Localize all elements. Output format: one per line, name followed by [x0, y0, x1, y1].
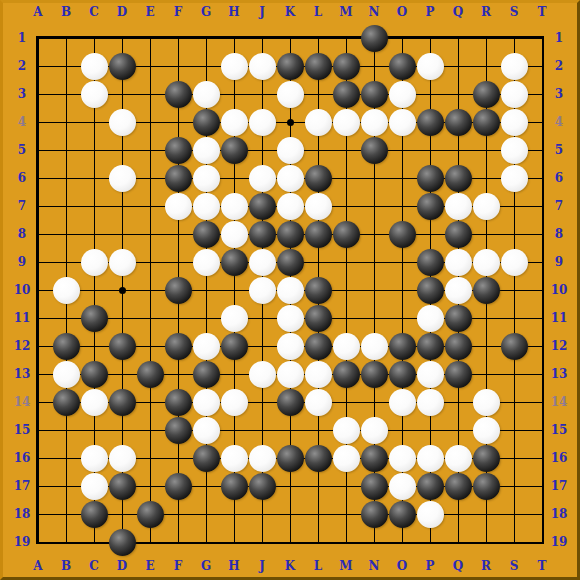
white-stone-D6 [109, 165, 136, 192]
white-stone-Q10 [445, 277, 472, 304]
column-label-top-M: M [337, 5, 355, 19]
black-stone-O18 [389, 501, 416, 528]
column-label-bottom-Q: Q [449, 559, 467, 573]
white-stone-Q16 [445, 445, 472, 472]
row-label-left-11: 11 [9, 311, 35, 325]
black-stone-P10 [417, 277, 444, 304]
black-stone-Q4 [445, 109, 472, 136]
black-stone-M2 [333, 53, 360, 80]
black-stone-N16 [361, 445, 388, 472]
white-stone-P11 [417, 305, 444, 332]
black-stone-S12 [501, 333, 528, 360]
go-game-screenshot: ABCDEFGHJKLMNOPQRST ABCDEFGHJKLMNOPQRST … [0, 0, 580, 580]
black-stone-L10 [305, 277, 332, 304]
black-stone-O13 [389, 361, 416, 388]
black-stone-C13 [81, 361, 108, 388]
black-stone-Q13 [445, 361, 472, 388]
column-label-bottom-E: E [141, 559, 159, 573]
black-stone-E18 [137, 501, 164, 528]
star-point [119, 287, 126, 294]
white-stone-P13 [417, 361, 444, 388]
white-stone-N15 [361, 417, 388, 444]
black-stone-M3 [333, 81, 360, 108]
black-stone-D19 [109, 529, 136, 556]
column-label-top-Q: Q [449, 5, 467, 19]
white-stone-N4 [361, 109, 388, 136]
black-stone-R4 [473, 109, 500, 136]
column-label-top-F: F [169, 5, 187, 19]
column-label-top-C: C [85, 5, 103, 19]
column-label-bottom-M: M [337, 559, 355, 573]
black-stone-K9 [277, 249, 304, 276]
black-stone-F12 [165, 333, 192, 360]
row-label-right-7: 7 [546, 199, 572, 213]
black-stone-Q8 [445, 221, 472, 248]
row-label-left-4: 4 [9, 115, 35, 129]
black-stone-G13 [193, 361, 220, 388]
column-label-top-L: L [309, 5, 327, 19]
black-stone-F17 [165, 473, 192, 500]
black-stone-L12 [305, 333, 332, 360]
column-label-top-B: B [57, 5, 75, 19]
white-stone-O4 [389, 109, 416, 136]
white-stone-G9 [193, 249, 220, 276]
row-label-right-18: 18 [546, 507, 572, 521]
black-stone-N5 [361, 137, 388, 164]
row-label-right-1: 1 [546, 31, 572, 45]
white-stone-G7 [193, 193, 220, 220]
column-label-top-H: H [225, 5, 243, 19]
white-stone-M16 [333, 445, 360, 472]
black-stone-P12 [417, 333, 444, 360]
row-label-left-2: 2 [9, 59, 35, 73]
column-label-bottom-R: R [477, 559, 495, 573]
black-stone-K14 [277, 389, 304, 416]
black-stone-J17 [249, 473, 276, 500]
white-stone-J9 [249, 249, 276, 276]
white-stone-Q9 [445, 249, 472, 276]
white-stone-C17 [81, 473, 108, 500]
row-label-left-3: 3 [9, 87, 35, 101]
column-label-top-R: R [477, 5, 495, 19]
white-stone-C14 [81, 389, 108, 416]
white-stone-H11 [221, 305, 248, 332]
row-label-right-12: 12 [546, 339, 572, 353]
black-stone-P9 [417, 249, 444, 276]
white-stone-S6 [501, 165, 528, 192]
row-label-left-19: 19 [9, 535, 35, 549]
black-stone-R16 [473, 445, 500, 472]
black-stone-G8 [193, 221, 220, 248]
black-stone-D12 [109, 333, 136, 360]
row-label-left-10: 10 [9, 283, 35, 297]
black-stone-Q17 [445, 473, 472, 500]
white-stone-R15 [473, 417, 500, 444]
black-stone-F14 [165, 389, 192, 416]
black-stone-J8 [249, 221, 276, 248]
white-stone-O17 [389, 473, 416, 500]
black-stone-E13 [137, 361, 164, 388]
white-stone-M15 [333, 417, 360, 444]
column-label-bottom-L: L [309, 559, 327, 573]
column-label-top-E: E [141, 5, 159, 19]
column-label-bottom-P: P [421, 559, 439, 573]
white-stone-P16 [417, 445, 444, 472]
black-stone-B14 [53, 389, 80, 416]
row-label-left-16: 16 [9, 451, 35, 465]
white-stone-S4 [501, 109, 528, 136]
white-stone-L13 [305, 361, 332, 388]
white-stone-F7 [165, 193, 192, 220]
black-stone-O8 [389, 221, 416, 248]
white-stone-O14 [389, 389, 416, 416]
white-stone-G12 [193, 333, 220, 360]
black-stone-H12 [221, 333, 248, 360]
white-stone-L4 [305, 109, 332, 136]
white-stone-M12 [333, 333, 360, 360]
row-label-left-17: 17 [9, 479, 35, 493]
white-stone-O3 [389, 81, 416, 108]
black-stone-H17 [221, 473, 248, 500]
row-label-left-5: 5 [9, 143, 35, 157]
column-label-top-N: N [365, 5, 383, 19]
white-stone-H4 [221, 109, 248, 136]
column-label-bottom-B: B [57, 559, 75, 573]
column-label-top-K: K [281, 5, 299, 19]
white-stone-J16 [249, 445, 276, 472]
row-label-right-13: 13 [546, 367, 572, 381]
column-label-top-A: A [29, 5, 47, 19]
black-stone-N18 [361, 501, 388, 528]
column-label-top-J: J [253, 5, 271, 19]
white-stone-R9 [473, 249, 500, 276]
white-stone-K5 [277, 137, 304, 164]
column-label-bottom-K: K [281, 559, 299, 573]
white-stone-J13 [249, 361, 276, 388]
black-stone-C11 [81, 305, 108, 332]
white-stone-G3 [193, 81, 220, 108]
row-label-right-4: 4 [546, 115, 572, 129]
white-stone-B13 [53, 361, 80, 388]
row-label-right-15: 15 [546, 423, 572, 437]
black-stone-M13 [333, 361, 360, 388]
row-label-right-2: 2 [546, 59, 572, 73]
white-stone-B10 [53, 277, 80, 304]
black-stone-P4 [417, 109, 444, 136]
black-stone-D2 [109, 53, 136, 80]
column-label-bottom-N: N [365, 559, 383, 573]
black-stone-C18 [81, 501, 108, 528]
black-stone-B12 [53, 333, 80, 360]
black-stone-F6 [165, 165, 192, 192]
white-stone-K12 [277, 333, 304, 360]
black-stone-P17 [417, 473, 444, 500]
black-stone-N3 [361, 81, 388, 108]
black-stone-K8 [277, 221, 304, 248]
black-stone-F10 [165, 277, 192, 304]
black-stone-N17 [361, 473, 388, 500]
white-stone-H2 [221, 53, 248, 80]
white-stone-D16 [109, 445, 136, 472]
black-stone-K2 [277, 53, 304, 80]
white-stone-G15 [193, 417, 220, 444]
white-stone-N12 [361, 333, 388, 360]
black-stone-G4 [193, 109, 220, 136]
row-label-right-10: 10 [546, 283, 572, 297]
black-stone-G16 [193, 445, 220, 472]
white-stone-Q7 [445, 193, 472, 220]
white-stone-K11 [277, 305, 304, 332]
column-label-bottom-F: F [169, 559, 187, 573]
white-stone-C2 [81, 53, 108, 80]
black-stone-L2 [305, 53, 332, 80]
black-stone-J7 [249, 193, 276, 220]
black-stone-F5 [165, 137, 192, 164]
star-point [287, 119, 294, 126]
row-label-right-8: 8 [546, 227, 572, 241]
column-label-bottom-H: H [225, 559, 243, 573]
black-stone-H5 [221, 137, 248, 164]
white-stone-P18 [417, 501, 444, 528]
column-label-bottom-J: J [253, 559, 271, 573]
row-label-right-16: 16 [546, 451, 572, 465]
black-stone-L8 [305, 221, 332, 248]
white-stone-S5 [501, 137, 528, 164]
black-stone-D14 [109, 389, 136, 416]
white-stone-J6 [249, 165, 276, 192]
white-stone-S3 [501, 81, 528, 108]
black-stone-N13 [361, 361, 388, 388]
white-stone-L7 [305, 193, 332, 220]
column-label-top-D: D [113, 5, 131, 19]
black-stone-M8 [333, 221, 360, 248]
white-stone-C3 [81, 81, 108, 108]
row-label-right-6: 6 [546, 171, 572, 185]
white-stone-K10 [277, 277, 304, 304]
column-label-bottom-A: A [29, 559, 47, 573]
column-label-bottom-O: O [393, 559, 411, 573]
white-stone-J10 [249, 277, 276, 304]
column-label-top-T: T [533, 5, 551, 19]
row-label-right-5: 5 [546, 143, 572, 157]
white-stone-P14 [417, 389, 444, 416]
row-label-right-9: 9 [546, 255, 572, 269]
column-label-top-O: O [393, 5, 411, 19]
column-label-bottom-C: C [85, 559, 103, 573]
row-label-left-7: 7 [9, 199, 35, 213]
black-stone-L11 [305, 305, 332, 332]
black-stone-H9 [221, 249, 248, 276]
white-stone-M4 [333, 109, 360, 136]
white-stone-S9 [501, 249, 528, 276]
white-stone-D9 [109, 249, 136, 276]
row-label-right-11: 11 [546, 311, 572, 325]
black-stone-F3 [165, 81, 192, 108]
white-stone-S2 [501, 53, 528, 80]
column-label-bottom-T: T [533, 559, 551, 573]
column-label-bottom-G: G [197, 559, 215, 573]
black-stone-D17 [109, 473, 136, 500]
black-stone-O2 [389, 53, 416, 80]
white-stone-R14 [473, 389, 500, 416]
column-label-top-G: G [197, 5, 215, 19]
black-stone-L6 [305, 165, 332, 192]
row-label-left-15: 15 [9, 423, 35, 437]
column-label-bottom-D: D [113, 559, 131, 573]
column-label-bottom-S: S [505, 559, 523, 573]
white-stone-H7 [221, 193, 248, 220]
white-stone-C9 [81, 249, 108, 276]
black-stone-Q12 [445, 333, 472, 360]
row-label-left-13: 13 [9, 367, 35, 381]
white-stone-P2 [417, 53, 444, 80]
row-label-right-17: 17 [546, 479, 572, 493]
white-stone-H14 [221, 389, 248, 416]
row-label-left-18: 18 [9, 507, 35, 521]
white-stone-D4 [109, 109, 136, 136]
black-stone-R17 [473, 473, 500, 500]
black-stone-O12 [389, 333, 416, 360]
black-stone-Q6 [445, 165, 472, 192]
row-label-right-3: 3 [546, 87, 572, 101]
white-stone-G5 [193, 137, 220, 164]
goban-grid[interactable] [36, 36, 544, 544]
black-stone-L16 [305, 445, 332, 472]
white-stone-K7 [277, 193, 304, 220]
white-stone-G14 [193, 389, 220, 416]
black-stone-R3 [473, 81, 500, 108]
row-label-left-12: 12 [9, 339, 35, 353]
row-label-left-14: 14 [9, 395, 35, 409]
black-stone-R10 [473, 277, 500, 304]
white-stone-L14 [305, 389, 332, 416]
row-label-right-19: 19 [546, 535, 572, 549]
row-label-left-9: 9 [9, 255, 35, 269]
row-label-left-8: 8 [9, 227, 35, 241]
black-stone-F15 [165, 417, 192, 444]
white-stone-H16 [221, 445, 248, 472]
row-label-left-1: 1 [9, 31, 35, 45]
black-stone-P6 [417, 165, 444, 192]
row-label-right-14: 14 [546, 395, 572, 409]
row-label-left-6: 6 [9, 171, 35, 185]
white-stone-C16 [81, 445, 108, 472]
black-stone-Q11 [445, 305, 472, 332]
white-stone-J2 [249, 53, 276, 80]
white-stone-K3 [277, 81, 304, 108]
column-label-top-S: S [505, 5, 523, 19]
white-stone-J4 [249, 109, 276, 136]
white-stone-R7 [473, 193, 500, 220]
white-stone-K6 [277, 165, 304, 192]
white-stone-H8 [221, 221, 248, 248]
column-label-top-P: P [421, 5, 439, 19]
white-stone-G6 [193, 165, 220, 192]
black-stone-N1 [361, 25, 388, 52]
black-stone-K16 [277, 445, 304, 472]
white-stone-O16 [389, 445, 416, 472]
black-stone-P7 [417, 193, 444, 220]
white-stone-K13 [277, 361, 304, 388]
